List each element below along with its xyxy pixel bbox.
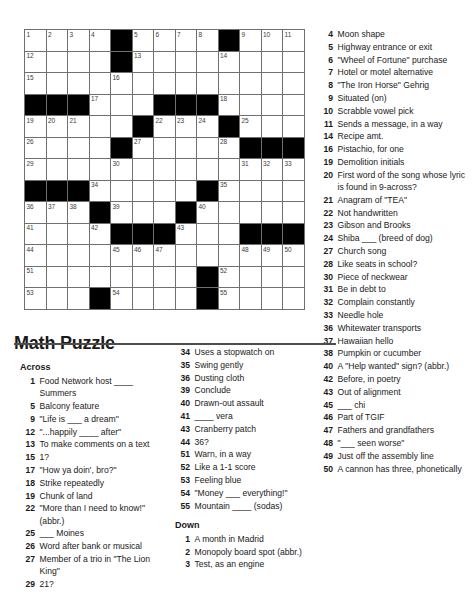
cell-r6c9[interactable] xyxy=(197,138,219,160)
black-cell-r6c5 xyxy=(111,138,133,160)
cell-r5c7[interactable]: 22 xyxy=(154,116,176,138)
cell-number-3: 3 xyxy=(70,31,74,39)
cell-r1c13[interactable]: 11 xyxy=(283,30,305,52)
across-clue-12: 12"...happily ____ after" xyxy=(20,426,172,438)
across-clue-number-22: 22 xyxy=(20,502,35,526)
cell-r1c1[interactable]: 1 xyxy=(25,30,47,52)
cell-r7c11[interactable]: 31 xyxy=(240,159,262,181)
down-clue-text-38: Pumpkin or cucumber xyxy=(338,347,472,359)
across-clue-27: 27Member of a trio in "The Lion King" xyxy=(20,553,172,577)
cell-r6c10[interactable]: 28 xyxy=(219,138,241,160)
black-cell-r9c4 xyxy=(90,202,112,224)
cell-r2c11[interactable] xyxy=(240,52,262,74)
cell-r4c13[interactable] xyxy=(283,95,305,117)
cell-r13c13[interactable] xyxy=(283,288,305,310)
across-clue-19: 19Chunk of land xyxy=(20,490,172,502)
cell-r8c10[interactable]: 35 xyxy=(219,181,241,203)
cell-r5c4[interactable] xyxy=(90,116,112,138)
cell-r7c6[interactable] xyxy=(133,159,155,181)
black-cell-r4c8 xyxy=(176,95,198,117)
across-header: Across xyxy=(20,361,172,373)
cell-r11c6[interactable]: 46 xyxy=(133,245,155,267)
cell-r4c5[interactable] xyxy=(111,95,133,117)
down-clue-19: 19Demolition initials xyxy=(318,156,471,168)
cell-number-34: 34 xyxy=(91,181,98,189)
across-clue-number-52: 52 xyxy=(175,461,190,473)
cell-r12c3[interactable] xyxy=(68,267,90,289)
cell-r8c13[interactable] xyxy=(283,181,305,203)
cell-r10c9[interactable] xyxy=(197,224,219,246)
black-cell-r4c9 xyxy=(197,95,219,117)
down-clue-number-23: 23 xyxy=(318,219,333,231)
crossword-grid: 1234567891011121314151617181920212223242… xyxy=(24,29,305,310)
across-clue-36: 36Dusting cloth xyxy=(175,372,328,384)
cell-r5c2[interactable]: 20 xyxy=(47,116,69,138)
across-clue-text-1: Food Network host ____ Summers xyxy=(40,375,173,399)
cell-r13c3[interactable] xyxy=(68,288,90,310)
cell-r11c2[interactable] xyxy=(47,245,69,267)
across-clue-number-40: 40 xyxy=(175,397,190,409)
down-clue-text-24: Shiba ___ (breed of dog) xyxy=(338,232,472,244)
cell-r12c6[interactable] xyxy=(133,267,155,289)
down-clue-text-6: "Wheel of Fortune" purchase xyxy=(338,54,472,66)
across-clue-number-1: 1 xyxy=(20,375,35,399)
cell-r11c3[interactable] xyxy=(68,245,90,267)
cell-number-32: 32 xyxy=(263,160,270,168)
down-clue-text-27: Church song xyxy=(338,245,472,257)
cell-r2c6[interactable]: 13 xyxy=(133,52,155,74)
cell-r12c1[interactable]: 51 xyxy=(25,267,47,289)
across-clues-list-1: 1Food Network host ____ Summers5Balcony … xyxy=(20,375,172,590)
across-clue-text-12: "...happily ____ after" xyxy=(40,426,173,438)
cell-r7c12[interactable]: 32 xyxy=(262,159,284,181)
cell-r2c9[interactable] xyxy=(197,52,219,74)
down-clue-text-23: Gibson and Brooks xyxy=(338,219,472,231)
cell-r7c5[interactable]: 30 xyxy=(111,159,133,181)
cell-r8c6[interactable] xyxy=(133,181,155,203)
cell-number-26: 26 xyxy=(27,138,34,146)
down-clue-text-42: Before, in poetry xyxy=(338,373,472,385)
down-clue-number-8: 8 xyxy=(318,79,333,91)
across-clue-text-26: Word after bank or musical xyxy=(40,540,173,552)
across-clue-text-54: "Money ___ everything!" xyxy=(195,487,329,499)
cell-number-36: 36 xyxy=(27,203,34,211)
cell-r11c9[interactable] xyxy=(197,245,219,267)
cell-r10c8[interactable]: 43 xyxy=(176,224,198,246)
black-cell-r10c6 xyxy=(133,224,155,246)
black-cell-r6c13 xyxy=(283,138,305,160)
cell-r1c3[interactable]: 3 xyxy=(68,30,90,52)
cell-r11c11[interactable]: 48 xyxy=(240,245,262,267)
black-cell-r4c2 xyxy=(47,95,69,117)
across-clue-number-15: 15 xyxy=(20,451,35,463)
across-clue-text-40: Drawn-out assault xyxy=(195,397,329,409)
across-clue-number-43: 43 xyxy=(175,423,190,435)
black-cell-r8c3 xyxy=(68,181,90,203)
cell-r3c7[interactable] xyxy=(154,73,176,95)
cell-r9c2[interactable]: 37 xyxy=(47,202,69,224)
cell-r2c4[interactable] xyxy=(90,52,112,74)
cell-r2c13[interactable] xyxy=(283,52,305,74)
cell-r10c10[interactable] xyxy=(219,224,241,246)
cell-r7c9[interactable] xyxy=(197,159,219,181)
down-clue-text-28: Like seats in school? xyxy=(338,258,472,270)
down-clue-46: 46Part of TGIF xyxy=(318,411,471,423)
down-clue-11: 11Sends a message, in a way xyxy=(318,118,471,130)
across-clue-35: 35Swing gently xyxy=(175,359,328,371)
cell-number-8: 8 xyxy=(199,31,203,39)
cell-r2c8[interactable] xyxy=(176,52,198,74)
cell-r5c1[interactable]: 19 xyxy=(25,116,47,138)
black-cell-r9c8 xyxy=(176,202,198,224)
across-clue-9: 9"Life is ___ a dream" xyxy=(20,413,172,425)
cell-r12c13[interactable] xyxy=(283,267,305,289)
down-clue-number-5: 5 xyxy=(318,41,333,53)
across-clues-list-2: 34Uses a stopwatch on35Swing gently36Dus… xyxy=(175,346,328,512)
cell-r11c13[interactable]: 50 xyxy=(283,245,305,267)
cell-r12c2[interactable] xyxy=(47,267,69,289)
cell-number-38: 38 xyxy=(70,203,77,211)
cell-r9c12[interactable] xyxy=(262,202,284,224)
across-clue-25: 25___ Moines xyxy=(20,527,172,539)
cell-r4c12[interactable] xyxy=(262,95,284,117)
cell-number-16: 16 xyxy=(113,74,120,82)
cell-r9c5[interactable]: 39 xyxy=(111,202,133,224)
down-clue-text-50: A cannon has three, phonetically xyxy=(338,463,472,475)
cell-r5c8[interactable]: 23 xyxy=(176,116,198,138)
down-clue-45: 45___ chi xyxy=(318,399,471,411)
down-clue-1: 1A month in Madrid xyxy=(175,533,328,545)
black-cell-r1c5 xyxy=(111,30,133,52)
across-clue-number-13: 13 xyxy=(20,438,35,450)
cell-r11c8[interactable] xyxy=(176,245,198,267)
cell-r12c12[interactable] xyxy=(262,267,284,289)
across-clue-34: 34Uses a stopwatch on xyxy=(175,346,328,358)
cell-number-50: 50 xyxy=(285,246,292,254)
down-clue-8: 8"The Iron Horse" Gehrig xyxy=(318,79,471,91)
cell-r13c5[interactable]: 54 xyxy=(111,288,133,310)
cell-r4c4[interactable]: 17 xyxy=(90,95,112,117)
cell-r3c1[interactable]: 15 xyxy=(25,73,47,95)
cell-r3c9[interactable] xyxy=(197,73,219,95)
cell-r6c1[interactable]: 26 xyxy=(25,138,47,160)
cell-r5c12[interactable] xyxy=(262,116,284,138)
down-clue-text-45: ___ chi xyxy=(338,399,472,411)
cell-r8c12[interactable] xyxy=(262,181,284,203)
cell-number-25: 25 xyxy=(242,117,249,125)
down-clue-text-1: A month in Madrid xyxy=(195,533,329,545)
cell-number-10: 10 xyxy=(263,31,270,39)
down-clue-number-10: 10 xyxy=(318,105,333,117)
cell-r1c2[interactable]: 2 xyxy=(47,30,69,52)
cell-r12c11[interactable] xyxy=(240,267,262,289)
cell-r12c8[interactable] xyxy=(176,267,198,289)
cell-r7c10[interactable] xyxy=(219,159,241,181)
cell-r3c4[interactable] xyxy=(90,73,112,95)
across-clue-number-17: 17 xyxy=(20,464,35,476)
down-clue-14: 14Recipe amt. xyxy=(318,130,471,142)
cell-number-17: 17 xyxy=(91,95,98,103)
cell-r3c6[interactable] xyxy=(133,73,155,95)
cell-r5c11[interactable]: 25 xyxy=(240,116,262,138)
cell-r8c5[interactable] xyxy=(111,181,133,203)
cell-number-2: 2 xyxy=(48,31,52,39)
across-clue-text-17: "How ya doin', bro?" xyxy=(40,464,173,476)
cell-r8c11[interactable] xyxy=(240,181,262,203)
cell-r12c10[interactable]: 52 xyxy=(219,267,241,289)
across-clue-text-25: ___ Moines xyxy=(40,527,173,539)
black-cell-r4c1 xyxy=(25,95,47,117)
cell-r6c6[interactable]: 27 xyxy=(133,138,155,160)
down-clue-text-19: Demolition initials xyxy=(338,156,472,168)
cell-r9c10[interactable] xyxy=(219,202,241,224)
cell-r8c8[interactable] xyxy=(176,181,198,203)
across-clue-54: 54"Money ___ everything!" xyxy=(175,487,328,499)
across-clue-text-22: "More than I need to know!" (abbr.) xyxy=(40,502,173,526)
down-clue-36: 36Whitewater transports xyxy=(318,322,471,334)
across-clue-text-9: "Life is ___ a dream" xyxy=(40,413,173,425)
cell-r7c7[interactable] xyxy=(154,159,176,181)
cell-r5c13[interactable] xyxy=(283,116,305,138)
down-clue-10: 10Scrabble vowel pick xyxy=(318,105,471,117)
cell-number-11: 11 xyxy=(285,31,292,39)
across-clue-number-53: 53 xyxy=(175,474,190,486)
down-clue-text-49: Just off the assembly line xyxy=(338,450,472,462)
cell-r13c6[interactable] xyxy=(133,288,155,310)
black-cell-r10c13 xyxy=(283,224,305,246)
cell-r1c11[interactable]: 9 xyxy=(240,30,262,52)
cell-r2c1[interactable]: 12 xyxy=(25,52,47,74)
cell-number-43: 43 xyxy=(177,224,184,232)
down-clue-number-16: 16 xyxy=(318,143,333,155)
cell-r9c1[interactable]: 36 xyxy=(25,202,47,224)
down-clue-9: 9Situated (on) xyxy=(318,92,471,104)
down-clue-31: 31Be in debt to xyxy=(318,283,471,295)
cell-number-20: 20 xyxy=(48,117,55,125)
cell-r13c1[interactable]: 53 xyxy=(25,288,47,310)
black-cell-r4c3 xyxy=(68,95,90,117)
down-clue-33: 33Needle hole xyxy=(318,309,471,321)
cell-r3c8[interactable] xyxy=(176,73,198,95)
across-clue-text-53: Feeling blue xyxy=(195,474,329,486)
down-clue-text-43: Out of alignment xyxy=(338,386,472,398)
cell-r5c5[interactable] xyxy=(111,116,133,138)
down-clue-text-10: Scrabble vowel pick xyxy=(338,105,472,117)
cell-number-13: 13 xyxy=(134,52,141,60)
cell-r3c5[interactable]: 16 xyxy=(111,73,133,95)
down-clue-text-7: Hotel or motel alternative xyxy=(338,66,472,78)
cell-r11c1[interactable]: 44 xyxy=(25,245,47,267)
down-clue-50: 50A cannon has three, phonetically xyxy=(318,463,471,475)
cell-r1c6[interactable]: 5 xyxy=(133,30,155,52)
cell-number-37: 37 xyxy=(48,203,55,211)
cell-number-29: 29 xyxy=(27,160,34,168)
down-clue-48: 48"___ seen worse" xyxy=(318,437,471,449)
across-clue-44: 4436? xyxy=(175,436,328,448)
cell-r9c9[interactable]: 40 xyxy=(197,202,219,224)
cell-number-39: 39 xyxy=(113,203,120,211)
black-cell-r2c5 xyxy=(111,52,133,74)
cell-r7c8[interactable] xyxy=(176,159,198,181)
cell-r3c3[interactable] xyxy=(68,73,90,95)
black-cell-r10c11 xyxy=(240,224,262,246)
down-clue-text-36: Whitewater transports xyxy=(338,322,472,334)
cell-number-54: 54 xyxy=(113,289,120,297)
cell-r6c4[interactable] xyxy=(90,138,112,160)
black-cell-r13c9 xyxy=(197,288,219,310)
down-clue-23: 23Gibson and Brooks xyxy=(318,219,471,231)
cell-r2c12[interactable] xyxy=(262,52,284,74)
black-cell-r10c7 xyxy=(154,224,176,246)
cell-r11c10[interactable] xyxy=(219,245,241,267)
cell-r9c11[interactable] xyxy=(240,202,262,224)
cell-r9c13[interactable] xyxy=(283,202,305,224)
cell-r7c4[interactable] xyxy=(90,159,112,181)
down-clue-2: 2Monopoly board spot (abbr.) xyxy=(175,546,328,558)
cell-r3c11[interactable] xyxy=(240,73,262,95)
cell-number-46: 46 xyxy=(134,246,141,254)
cell-r11c7[interactable]: 47 xyxy=(154,245,176,267)
cell-r11c4[interactable] xyxy=(90,245,112,267)
cell-r13c7[interactable] xyxy=(154,288,176,310)
cell-r3c12[interactable] xyxy=(262,73,284,95)
cell-r9c6[interactable] xyxy=(133,202,155,224)
down-clue-text-47: Fathers and grandfathers xyxy=(338,424,472,436)
across-clue-number-51: 51 xyxy=(175,448,190,460)
black-cell-r6c11 xyxy=(240,138,262,160)
cell-r10c4[interactable]: 42 xyxy=(90,224,112,246)
cell-r6c3[interactable] xyxy=(68,138,90,160)
cell-r11c12[interactable]: 49 xyxy=(262,245,284,267)
cell-number-55: 55 xyxy=(220,289,227,297)
cell-r1c9[interactable]: 8 xyxy=(197,30,219,52)
cell-r7c2[interactable] xyxy=(47,159,69,181)
black-cell-r6c12 xyxy=(262,138,284,160)
middle-clues-column: 34Uses a stopwatch on35Swing gently36Dus… xyxy=(175,346,328,571)
cell-r6c7[interactable] xyxy=(154,138,176,160)
cell-r1c8[interactable]: 7 xyxy=(176,30,198,52)
black-cell-r8c1 xyxy=(25,181,47,203)
down-clue-number-22: 22 xyxy=(318,207,333,219)
down-clue-text-4: Moon shape xyxy=(338,28,472,40)
cell-number-23: 23 xyxy=(177,117,184,125)
cell-r3c13[interactable] xyxy=(283,73,305,95)
cell-r4c6[interactable] xyxy=(133,95,155,117)
cell-r8c7[interactable] xyxy=(154,181,176,203)
across-clue-41: 41____ vera xyxy=(175,410,328,422)
down-clue-number-33: 33 xyxy=(318,309,333,321)
cell-r2c10[interactable]: 14 xyxy=(219,52,241,74)
across-clue-number-27: 27 xyxy=(20,553,35,577)
cell-number-4: 4 xyxy=(91,31,95,39)
cell-number-47: 47 xyxy=(156,246,163,254)
across-clue-22: 22"More than I need to know!" (abbr.) xyxy=(20,502,172,526)
down-clue-number-14: 14 xyxy=(318,130,333,142)
across-clue-text-41: ____ vera xyxy=(195,410,329,422)
across-clue-1: 1Food Network host ____ Summers xyxy=(20,375,172,399)
down-clue-16: 16Pistachio, for one xyxy=(318,143,471,155)
cell-r2c3[interactable] xyxy=(68,52,90,74)
cell-r6c2[interactable] xyxy=(47,138,69,160)
cell-r4c11[interactable] xyxy=(240,95,262,117)
cell-r7c13[interactable]: 33 xyxy=(283,159,305,181)
across-clue-text-51: Warn, in a way xyxy=(195,448,329,460)
across-clue-text-18: Strike repeatedly xyxy=(40,477,173,489)
cell-r12c4[interactable] xyxy=(90,267,112,289)
black-cell-r13c4 xyxy=(90,288,112,310)
cell-number-27: 27 xyxy=(134,138,141,146)
cell-r10c2[interactable] xyxy=(47,224,69,246)
cell-r7c3[interactable] xyxy=(68,159,90,181)
down-clue-text-22: Not handwritten xyxy=(338,207,472,219)
cell-r13c12[interactable] xyxy=(262,288,284,310)
cell-r2c2[interactable] xyxy=(47,52,69,74)
cell-r3c2[interactable] xyxy=(47,73,69,95)
cell-r5c3[interactable]: 21 xyxy=(68,116,90,138)
black-cell-r4c7 xyxy=(154,95,176,117)
cell-r1c12[interactable]: 10 xyxy=(262,30,284,52)
cell-r12c7[interactable] xyxy=(154,267,176,289)
cell-r5c9[interactable]: 24 xyxy=(197,116,219,138)
cell-r8c4[interactable]: 34 xyxy=(90,181,112,203)
cell-r1c7[interactable]: 6 xyxy=(154,30,176,52)
cell-number-48: 48 xyxy=(242,246,249,254)
cell-r13c10[interactable]: 55 xyxy=(219,288,241,310)
across-clue-text-36: Dusting cloth xyxy=(195,372,329,384)
cell-r12c5[interactable] xyxy=(111,267,133,289)
down-clue-text-32: Complain constantly xyxy=(338,296,472,308)
down-clue-number-32: 32 xyxy=(318,296,333,308)
across-clue-text-27: Member of a trio in "The Lion King" xyxy=(40,553,173,577)
cell-r6c8[interactable] xyxy=(176,138,198,160)
down-clue-number-36: 36 xyxy=(318,322,333,334)
cell-r2c7[interactable] xyxy=(154,52,176,74)
down-clue-6: 6"Wheel of Fortune" purchase xyxy=(318,54,471,66)
cell-r1c4[interactable]: 4 xyxy=(90,30,112,52)
cell-r10c1[interactable]: 41 xyxy=(25,224,47,246)
cell-r9c7[interactable] xyxy=(154,202,176,224)
cell-r10c3[interactable] xyxy=(68,224,90,246)
cell-r7c1[interactable]: 29 xyxy=(25,159,47,181)
across-clue-text-15: 1? xyxy=(40,451,173,463)
cell-number-51: 51 xyxy=(27,267,34,275)
cell-r9c3[interactable]: 38 xyxy=(68,202,90,224)
across-clue-39: 39Conclude xyxy=(175,384,328,396)
cell-r13c8[interactable] xyxy=(176,288,198,310)
cell-number-45: 45 xyxy=(113,246,120,254)
across-clue-15: 151? xyxy=(20,451,172,463)
across-clue-text-34: Uses a stopwatch on xyxy=(195,346,329,358)
cell-r3c10[interactable] xyxy=(219,73,241,95)
cell-number-15: 15 xyxy=(27,74,34,82)
across-clue-number-19: 19 xyxy=(20,490,35,502)
across-clue-number-25: 25 xyxy=(20,527,35,539)
down-clue-3: 3Test, as an engine xyxy=(175,558,328,570)
down-clue-text-31: Be in debt to xyxy=(338,283,472,295)
cell-number-9: 9 xyxy=(242,31,246,39)
black-cell-r8c2 xyxy=(47,181,69,203)
cell-r13c11[interactable] xyxy=(240,288,262,310)
cell-r4c10[interactable]: 18 xyxy=(219,95,241,117)
cell-r13c2[interactable] xyxy=(47,288,69,310)
down-clue-text-33: Needle hole xyxy=(338,309,472,321)
across-clue-text-19: Chunk of land xyxy=(40,490,173,502)
cell-number-30: 30 xyxy=(113,160,120,168)
down-clue-text-8: "The Iron Horse" Gehrig xyxy=(338,79,472,91)
across-clue-number-12: 12 xyxy=(20,426,35,438)
title-rule xyxy=(14,343,336,345)
cell-r11c5[interactable]: 45 xyxy=(111,245,133,267)
